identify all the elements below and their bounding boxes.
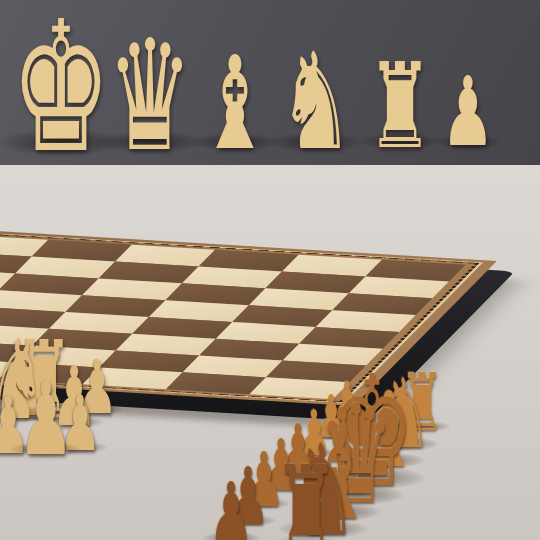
lineup-rook: ♜ [367,48,432,165]
lineup-pawn: ♟ [441,65,494,161]
boxwood-lineup-photo: ♚♛♝♞♜♟ [0,0,540,165]
board-pieces-layer: ♟♜♟♞♟♟♜♟♞♟♟♟♟♝♟♚♟♛♟♝♟♞♟♜ [0,165,540,540]
lineup-bishop: ♝ [199,39,271,165]
chess-set-product-photo: ♚♛♝♞♜♟ ♟♜♟♞♟♟♜♟♞♟♟♟♟♝♟♚♟♛♟♝♟♞♟♜ [0,0,540,540]
golden-pawn: ♟ [208,472,254,540]
boxwood-pawn: ♟ [18,369,74,470]
chessboard-photo: ♟♜♟♞♟♟♜♟♞♟♟♟♟♝♟♚♟♛♟♝♟♞♟♜ [0,165,540,540]
lineup-knight: ♞ [279,35,354,165]
lineup-queen: ♛ [107,20,192,165]
piece-lineup: ♚♛♝♞♜♟ [0,0,540,165]
golden-rook: ♜ [273,450,340,540]
